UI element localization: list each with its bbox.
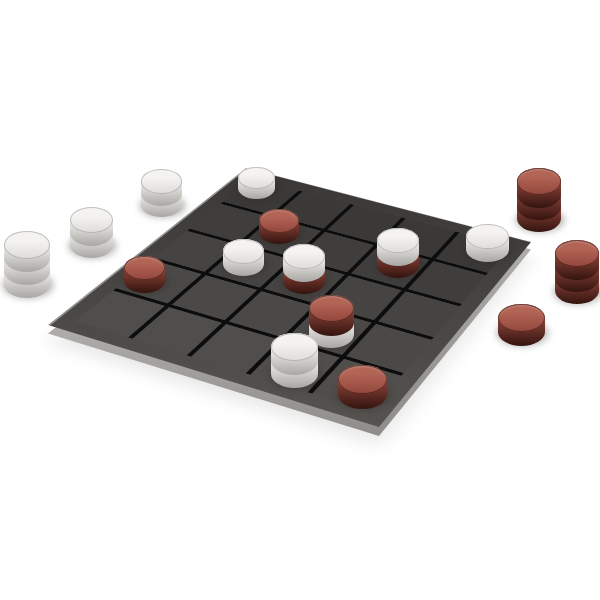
disc-red-top[interactable] bbox=[498, 304, 545, 332]
disc-white-top[interactable] bbox=[271, 333, 318, 361]
disc-red-top[interactable] bbox=[555, 240, 599, 266]
disc-red-top[interactable] bbox=[259, 209, 299, 233]
scene bbox=[0, 0, 600, 600]
disc-white-top[interactable] bbox=[141, 169, 182, 194]
disc-white-top[interactable] bbox=[377, 228, 420, 254]
disc-red-top[interactable] bbox=[338, 365, 387, 394]
disc-red-top[interactable] bbox=[517, 168, 561, 194]
disc-white-top[interactable] bbox=[223, 239, 264, 264]
disc-white-top[interactable] bbox=[4, 231, 50, 259]
disc-white-top[interactable] bbox=[238, 167, 275, 189]
pieces-layer bbox=[0, 0, 600, 600]
disc-white-top[interactable] bbox=[70, 207, 113, 233]
